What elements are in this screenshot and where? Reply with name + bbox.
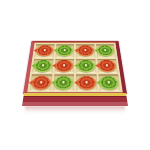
box-front-panel <box>22 93 128 106</box>
diya-spout <box>74 49 77 53</box>
diya-spout <box>74 64 78 68</box>
diya-spout <box>74 80 78 85</box>
diya-box <box>23 41 127 94</box>
compartment-r2c4[interactable] <box>97 59 118 73</box>
diya-orange[interactable] <box>35 45 54 56</box>
diya-orange[interactable] <box>77 76 97 90</box>
diya-spout <box>51 80 55 85</box>
compartment-r1c4[interactable] <box>96 44 116 57</box>
diya-green[interactable] <box>96 45 115 56</box>
diya-spout <box>33 49 37 53</box>
diya-spout <box>52 64 56 68</box>
diya-grid <box>27 43 123 93</box>
diya-orange[interactable] <box>55 60 74 73</box>
diya-spout <box>95 64 99 68</box>
diya-green[interactable] <box>99 76 120 90</box>
diya-orange[interactable] <box>30 76 51 90</box>
compartment-r2c1[interactable] <box>32 59 53 73</box>
diya-spout <box>31 64 35 68</box>
compartment-r1c3[interactable] <box>76 44 95 57</box>
compartment-r2c3[interactable] <box>76 59 96 73</box>
diya-spout <box>94 49 98 53</box>
compartment-r2c2[interactable] <box>54 59 74 73</box>
diya-green[interactable] <box>33 60 53 73</box>
compartment-r3c3[interactable] <box>76 75 97 91</box>
diya-orange[interactable] <box>98 60 118 73</box>
diya-green[interactable] <box>56 45 74 56</box>
reflection-shadow <box>25 106 125 114</box>
product-photo-scene <box>0 0 150 150</box>
diya-green[interactable] <box>77 60 96 73</box>
tray-perspective-wrapper <box>23 41 127 94</box>
compartment-r1c1[interactable] <box>34 44 54 57</box>
diya-spout <box>53 49 57 53</box>
compartment-r3c1[interactable] <box>29 75 51 91</box>
diya-green[interactable] <box>54 76 74 90</box>
compartment-r1c2[interactable] <box>55 44 74 57</box>
compartment-r3c4[interactable] <box>98 75 120 91</box>
diya-spout <box>96 80 100 85</box>
diya-orange[interactable] <box>76 45 94 56</box>
compartment-r3c2[interactable] <box>53 75 74 91</box>
diya-spout <box>28 80 33 85</box>
